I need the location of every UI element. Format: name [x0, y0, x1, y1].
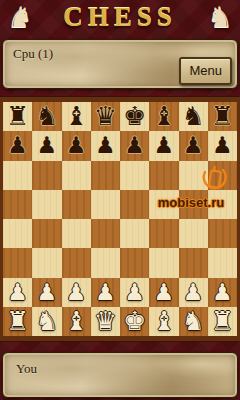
black-pawn: ♟: [7, 131, 28, 160]
square-e8[interactable]: ♚: [120, 102, 149, 131]
square-h3[interactable]: [208, 248, 237, 277]
opponent-label: Cpu (1): [13, 46, 53, 62]
square-d8[interactable]: ♛: [91, 102, 120, 131]
black-queen: ♛: [94, 102, 117, 131]
square-f7[interactable]: ♟: [149, 131, 178, 160]
square-g7[interactable]: ♟: [179, 131, 208, 160]
black-pawn: ♟: [212, 131, 233, 160]
board: ♜♞♝♛♚♝♞♜♟♟♟♟♟♟♟♟♟♟♟♟♟♟♟♟♜♞♝♛♚♝♞♜: [3, 102, 237, 336]
square-d3[interactable]: [91, 248, 120, 277]
black-knight: ♞: [35, 102, 58, 131]
square-c6[interactable]: [62, 161, 91, 190]
black-pawn: ♟: [37, 131, 58, 160]
white-pawn: ♟: [183, 278, 204, 307]
white-bishop: ♝: [64, 307, 87, 336]
title-bar: ♞ CHESS ♞: [0, 0, 240, 34]
square-a5[interactable]: [3, 190, 32, 219]
black-rook: ♜: [6, 102, 29, 131]
black-king: ♚: [123, 102, 146, 131]
square-f5[interactable]: [149, 190, 178, 219]
square-e4[interactable]: [120, 219, 149, 248]
square-d5[interactable]: [91, 190, 120, 219]
square-b6[interactable]: [32, 161, 61, 190]
square-h7[interactable]: ♟: [208, 131, 237, 160]
square-h1[interactable]: ♜: [208, 307, 237, 336]
black-pawn: ♟: [154, 131, 175, 160]
square-f4[interactable]: [149, 219, 178, 248]
square-c4[interactable]: [62, 219, 91, 248]
white-pawn: ♟: [7, 278, 28, 307]
square-b3[interactable]: [32, 248, 61, 277]
square-b4[interactable]: [32, 219, 61, 248]
square-f3[interactable]: [149, 248, 178, 277]
square-g1[interactable]: ♞: [179, 307, 208, 336]
menu-button[interactable]: Menu: [179, 57, 232, 85]
square-h6[interactable]: [208, 161, 237, 190]
square-e3[interactable]: [120, 248, 149, 277]
white-bishop: ♝: [152, 307, 175, 336]
square-c3[interactable]: [62, 248, 91, 277]
square-a1[interactable]: ♜: [3, 307, 32, 336]
white-pawn: ♟: [154, 278, 175, 307]
black-pawn: ♟: [95, 131, 116, 160]
square-b2[interactable]: ♟: [32, 278, 61, 307]
square-f2[interactable]: ♟: [149, 278, 178, 307]
square-a3[interactable]: [3, 248, 32, 277]
knight-icon: ♞: [7, 1, 33, 33]
white-pawn: ♟: [37, 278, 58, 307]
square-h8[interactable]: ♜: [208, 102, 237, 131]
white-pawn: ♟: [212, 278, 233, 307]
square-d2[interactable]: ♟: [91, 278, 120, 307]
square-c2[interactable]: ♟: [62, 278, 91, 307]
square-g8[interactable]: ♞: [179, 102, 208, 131]
square-b7[interactable]: ♟: [32, 131, 61, 160]
white-rook: ♜: [6, 307, 29, 336]
white-pawn: ♟: [95, 278, 116, 307]
black-pawn: ♟: [66, 131, 87, 160]
black-pawn: ♟: [183, 131, 204, 160]
chess-app-screen: ♞ CHESS ♞ Cpu (1) Menu ♜♞♝♛♚♝♞♜♟♟♟♟♟♟♟♟♟…: [0, 0, 240, 400]
square-g6[interactable]: [179, 161, 208, 190]
square-e5[interactable]: [120, 190, 149, 219]
white-queen: ♛: [94, 307, 117, 336]
black-bishop: ♝: [64, 102, 87, 131]
square-b1[interactable]: ♞: [32, 307, 61, 336]
square-d4[interactable]: [91, 219, 120, 248]
square-a4[interactable]: [3, 219, 32, 248]
square-f8[interactable]: ♝: [149, 102, 178, 131]
square-g2[interactable]: ♟: [179, 278, 208, 307]
square-d6[interactable]: [91, 161, 120, 190]
square-e2[interactable]: ♟: [120, 278, 149, 307]
square-a7[interactable]: ♟: [3, 131, 32, 160]
white-pawn: ♟: [66, 278, 87, 307]
square-g5[interactable]: [179, 190, 208, 219]
square-h2[interactable]: ♟: [208, 278, 237, 307]
white-pawn: ♟: [124, 278, 145, 307]
knight-icon: ♞: [207, 1, 233, 33]
square-d1[interactable]: ♛: [91, 307, 120, 336]
black-knight: ♞: [181, 102, 204, 131]
square-a6[interactable]: [3, 161, 32, 190]
square-c8[interactable]: ♝: [62, 102, 91, 131]
square-d7[interactable]: ♟: [91, 131, 120, 160]
square-e7[interactable]: ♟: [120, 131, 149, 160]
square-a2[interactable]: ♟: [3, 278, 32, 307]
square-a8[interactable]: ♜: [3, 102, 32, 131]
square-h5[interactable]: [208, 190, 237, 219]
opponent-panel: Cpu (1) Menu: [2, 39, 238, 89]
board-frame: ♜♞♝♛♚♝♞♜♟♟♟♟♟♟♟♟♟♟♟♟♟♟♟♟♜♞♝♛♚♝♞♜ mobiset…: [0, 97, 240, 341]
square-b5[interactable]: [32, 190, 61, 219]
player-label: You: [16, 361, 37, 377]
app-title: CHESS: [63, 2, 177, 33]
square-e6[interactable]: [120, 161, 149, 190]
black-bishop: ♝: [152, 102, 175, 131]
square-f6[interactable]: [149, 161, 178, 190]
white-rook: ♜: [211, 307, 234, 336]
square-g4[interactable]: [179, 219, 208, 248]
square-b8[interactable]: ♞: [32, 102, 61, 131]
square-e1[interactable]: ♚: [120, 307, 149, 336]
square-c5[interactable]: [62, 190, 91, 219]
square-h4[interactable]: [208, 219, 237, 248]
white-knight: ♞: [181, 307, 204, 336]
black-rook: ♜: [211, 102, 234, 131]
white-king: ♚: [123, 307, 146, 336]
white-knight: ♞: [35, 307, 58, 336]
square-c1[interactable]: ♝: [62, 307, 91, 336]
square-c7[interactable]: ♟: [62, 131, 91, 160]
square-g3[interactable]: [179, 248, 208, 277]
square-f1[interactable]: ♝: [149, 307, 178, 336]
black-pawn: ♟: [124, 131, 145, 160]
player-panel: You: [2, 352, 238, 398]
